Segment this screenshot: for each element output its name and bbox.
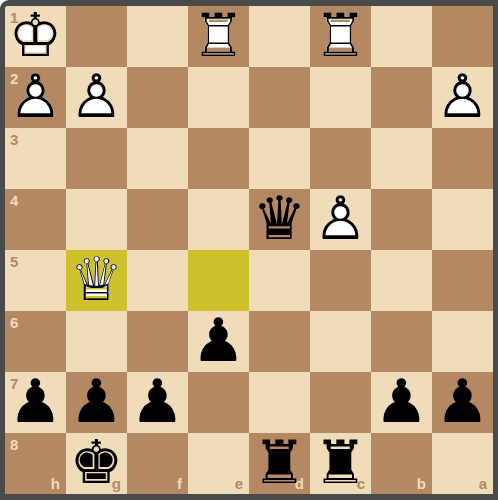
square-d6[interactable] — [249, 311, 310, 372]
square-f7[interactable]: ♟ — [127, 372, 188, 433]
black-king-piece[interactable]: ♚ — [66, 433, 127, 494]
piece-solid-glyph: ♟ — [70, 370, 124, 430]
file-label-e: e — [235, 476, 243, 491]
square-h8[interactable]: 8h — [5, 433, 66, 494]
square-a8[interactable]: a — [432, 433, 493, 494]
square-h3[interactable]: 3 — [5, 128, 66, 189]
square-b3[interactable] — [371, 128, 432, 189]
square-g8[interactable]: g♚ — [66, 433, 127, 494]
square-b1[interactable] — [371, 6, 432, 67]
square-c6[interactable] — [310, 311, 371, 372]
square-d5[interactable] — [249, 250, 310, 311]
piece-solid-glyph: ♟ — [436, 370, 490, 430]
square-b8[interactable]: b — [371, 433, 432, 494]
square-g6[interactable] — [66, 311, 127, 372]
square-c8[interactable]: c♜ — [310, 433, 371, 494]
square-f4[interactable] — [127, 189, 188, 250]
white-rook-piece[interactable]: ♜♖ — [188, 6, 249, 67]
file-label-a: a — [479, 476, 487, 491]
white-queen-piece[interactable]: ♛♕ — [66, 250, 127, 311]
square-g5[interactable]: ♛♕ — [66, 250, 127, 311]
white-king-piece[interactable]: ♚♔ — [5, 6, 66, 67]
square-b6[interactable] — [371, 311, 432, 372]
square-e5[interactable] — [188, 250, 249, 311]
rank-label-3: 3 — [10, 132, 18, 147]
file-label-h: h — [51, 476, 60, 491]
square-e1[interactable]: ♜♖ — [188, 6, 249, 67]
square-a2[interactable]: ♟♙ — [432, 67, 493, 128]
square-g2[interactable]: ♟♙ — [66, 67, 127, 128]
white-pawn-piece[interactable]: ♟♙ — [432, 67, 493, 128]
white-pawn-piece[interactable]: ♟♙ — [310, 189, 371, 250]
square-b4[interactable] — [371, 189, 432, 250]
square-b7[interactable]: ♟ — [371, 372, 432, 433]
piece-outline-glyph: ♙ — [9, 65, 63, 125]
rank-label-6: 6 — [10, 315, 18, 330]
square-c1[interactable]: ♜♖ — [310, 6, 371, 67]
piece-outline-glyph: ♕ — [70, 248, 124, 308]
square-h4[interactable]: 4 — [5, 189, 66, 250]
piece-outline-glyph: ♙ — [314, 187, 368, 247]
square-e3[interactable] — [188, 128, 249, 189]
black-pawn-piece[interactable]: ♟ — [371, 372, 432, 433]
square-f2[interactable] — [127, 67, 188, 128]
piece-outline-glyph: ♖ — [192, 4, 246, 64]
square-d4[interactable]: ♛ — [249, 189, 310, 250]
square-g7[interactable]: ♟ — [66, 372, 127, 433]
piece-solid-glyph: ♜ — [314, 431, 368, 491]
board: 1♚♔♜♖♜♖2♟♙♟♙♟♙34♛♟♙5♛♕6♟7♟♟♟♟♟8hg♚fed♜c♜… — [5, 6, 493, 494]
square-d2[interactable] — [249, 67, 310, 128]
piece-outline-glyph: ♖ — [314, 4, 368, 64]
piece-outline-glyph: ♔ — [9, 4, 63, 64]
white-pawn-piece[interactable]: ♟♙ — [5, 67, 66, 128]
white-rook-piece[interactable]: ♜♖ — [310, 6, 371, 67]
rank-label-4: 4 — [10, 193, 18, 208]
square-d1[interactable] — [249, 6, 310, 67]
square-h7[interactable]: 7♟ — [5, 372, 66, 433]
piece-outline-glyph: ♙ — [70, 65, 124, 125]
piece-solid-glyph: ♚ — [70, 431, 124, 491]
square-c7[interactable] — [310, 372, 371, 433]
square-e2[interactable] — [188, 67, 249, 128]
black-rook-piece[interactable]: ♜ — [249, 433, 310, 494]
square-b5[interactable] — [371, 250, 432, 311]
white-pawn-piece[interactable]: ♟♙ — [66, 67, 127, 128]
square-d8[interactable]: d♜ — [249, 433, 310, 494]
square-h1[interactable]: 1♚♔ — [5, 6, 66, 67]
square-g1[interactable] — [66, 6, 127, 67]
piece-solid-glyph: ♟ — [9, 370, 63, 430]
square-f3[interactable] — [127, 128, 188, 189]
square-d7[interactable] — [249, 372, 310, 433]
rank-label-8: 8 — [10, 437, 18, 452]
square-f6[interactable] — [127, 311, 188, 372]
black-pawn-piece[interactable]: ♟ — [5, 372, 66, 433]
piece-outline-glyph: ♙ — [436, 65, 490, 125]
black-pawn-piece[interactable]: ♟ — [66, 372, 127, 433]
file-label-b: b — [417, 476, 426, 491]
square-c4[interactable]: ♟♙ — [310, 189, 371, 250]
piece-solid-glyph: ♟ — [131, 370, 185, 430]
square-e6[interactable]: ♟ — [188, 311, 249, 372]
square-g3[interactable] — [66, 128, 127, 189]
square-c3[interactable] — [310, 128, 371, 189]
square-a4[interactable] — [432, 189, 493, 250]
black-pawn-piece[interactable]: ♟ — [127, 372, 188, 433]
square-h6[interactable]: 6 — [5, 311, 66, 372]
square-a5[interactable] — [432, 250, 493, 311]
square-a7[interactable]: ♟ — [432, 372, 493, 433]
square-c5[interactable] — [310, 250, 371, 311]
rank-label-5: 5 — [10, 254, 18, 269]
square-f5[interactable] — [127, 250, 188, 311]
square-c2[interactable] — [310, 67, 371, 128]
square-a1[interactable] — [432, 6, 493, 67]
board-frame: 1♚♔♜♖♜♖2♟♙♟♙♟♙34♛♟♙5♛♕6♟7♟♟♟♟♟8hg♚fed♜c♜… — [0, 0, 498, 500]
piece-solid-glyph: ♟ — [375, 370, 429, 430]
piece-solid-glyph: ♟ — [192, 309, 246, 369]
square-h5[interactable]: 5 — [5, 250, 66, 311]
square-f8[interactable]: f — [127, 433, 188, 494]
black-rook-piece[interactable]: ♜ — [310, 433, 371, 494]
file-label-f: f — [177, 476, 182, 491]
square-a6[interactable] — [432, 311, 493, 372]
square-e7[interactable] — [188, 372, 249, 433]
piece-solid-glyph: ♜ — [253, 431, 307, 491]
square-e4[interactable] — [188, 189, 249, 250]
piece-solid-glyph: ♛ — [253, 187, 307, 247]
square-a3[interactable] — [432, 128, 493, 189]
square-d3[interactable] — [249, 128, 310, 189]
black-queen-piece[interactable]: ♛ — [249, 189, 310, 250]
square-b2[interactable] — [371, 67, 432, 128]
square-g4[interactable] — [66, 189, 127, 250]
square-e8[interactable]: e — [188, 433, 249, 494]
square-f1[interactable] — [127, 6, 188, 67]
black-pawn-piece[interactable]: ♟ — [188, 311, 249, 372]
square-h2[interactable]: 2♟♙ — [5, 67, 66, 128]
black-pawn-piece[interactable]: ♟ — [432, 372, 493, 433]
